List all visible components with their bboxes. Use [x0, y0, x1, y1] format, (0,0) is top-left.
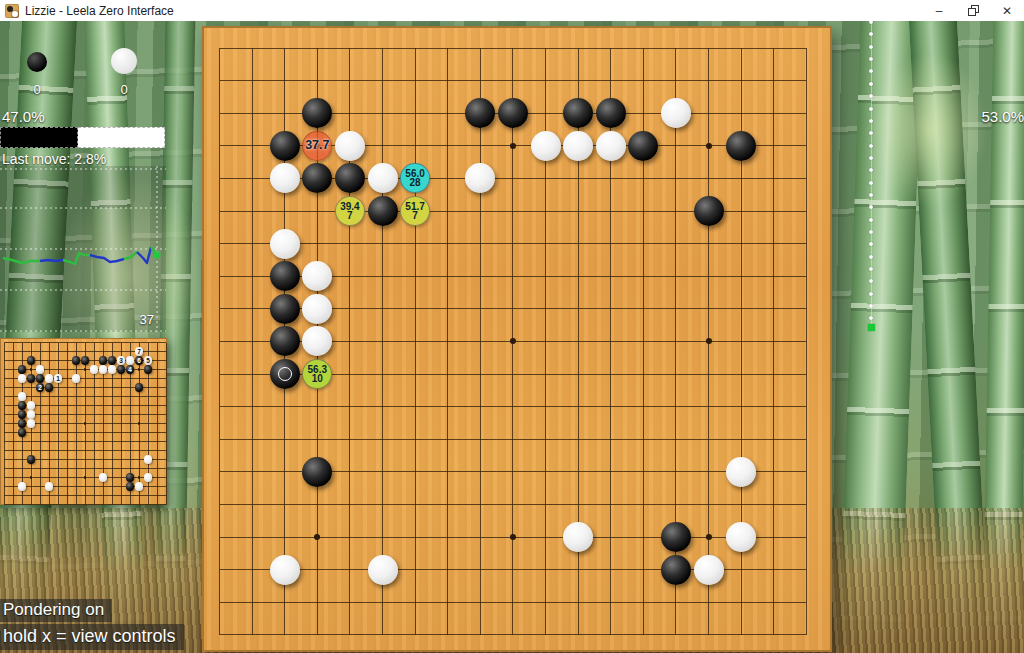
variation-move-number: 7 [135, 347, 144, 356]
black-stone [18, 401, 27, 410]
move-tree-node[interactable] [869, 107, 873, 111]
white-stone [144, 473, 153, 482]
lizzie-window: Lizzie - Leela Zero Interface – ✕ 0 0 47… [0, 0, 1024, 653]
star-point [138, 368, 141, 371]
grid-line [220, 439, 807, 440]
pondering-status: Pondering on [0, 599, 112, 622]
black-stone [661, 522, 691, 552]
black-stone [335, 163, 365, 193]
white-stone [90, 365, 99, 374]
star-point [84, 476, 87, 479]
black-stone [563, 98, 593, 128]
winrate-graph-canvas [0, 166, 166, 332]
black-stone [27, 455, 36, 464]
move-tree-node[interactable] [869, 45, 873, 49]
black-stone [661, 555, 691, 585]
white-stone [99, 365, 108, 374]
grid-line [166, 343, 167, 505]
white-captures-count: 0 [109, 82, 139, 97]
suggestion-circle[interactable]: 39.47 [335, 196, 365, 226]
last-move-label: Last move: 2.8% [2, 151, 106, 167]
black-stone [270, 326, 300, 356]
star-point [510, 143, 516, 149]
black-stone [368, 196, 398, 226]
black-stone [694, 196, 724, 226]
star-point [510, 534, 516, 540]
restore-icon [968, 5, 979, 16]
black-stone [117, 365, 126, 374]
grid-line [4, 441, 166, 442]
star-point [706, 143, 712, 149]
star-point [510, 338, 516, 344]
close-button[interactable]: ✕ [990, 0, 1024, 21]
black-stone [465, 98, 495, 128]
suggestion-circle[interactable]: 56.028 [400, 163, 430, 193]
white-stone [302, 326, 332, 356]
white-stone [72, 374, 81, 383]
minimize-button[interactable]: – [922, 0, 956, 21]
black-stone [270, 261, 300, 291]
white-stone [27, 410, 36, 419]
black-stone [270, 131, 300, 161]
variation-preview-board: 1234567 [0, 338, 167, 505]
variation-stone: 3 [117, 356, 126, 365]
white-stone [270, 163, 300, 193]
move-tree-node[interactable] [869, 292, 873, 296]
suggestion-circle[interactable]: 56.310 [302, 359, 332, 389]
white-stone [465, 163, 495, 193]
black-stone [27, 356, 36, 365]
black-stone [270, 294, 300, 324]
move-tree-node[interactable] [869, 230, 873, 234]
black-winrate-label: 47.0% [2, 108, 72, 125]
star-point [706, 338, 712, 344]
white-stone [18, 374, 27, 383]
winrate-bar-white [78, 127, 166, 148]
variation-stone: 4 [126, 365, 135, 374]
black-stone [302, 98, 332, 128]
move-tree-node[interactable] [869, 218, 873, 222]
suggestion-visits: 7 [412, 211, 418, 221]
variation-move-number: 3 [117, 356, 126, 365]
move-tree-node[interactable] [869, 267, 873, 271]
black-stone [126, 482, 135, 491]
white-stone [27, 419, 36, 428]
suggestion-circle[interactable]: 37.7 [302, 131, 332, 161]
black-captures-stone-icon [27, 52, 47, 72]
controls-hint: hold x = view controls [0, 624, 184, 650]
star-point [138, 422, 141, 425]
move-tree-node[interactable] [869, 193, 873, 197]
black-stone [18, 410, 27, 419]
white-stone [108, 365, 117, 374]
grid-line [220, 504, 807, 505]
grid-line [773, 48, 774, 635]
black-stone [81, 356, 90, 365]
window-controls: – ✕ [922, 0, 1024, 21]
white-stone [144, 455, 153, 464]
grid-line [220, 602, 807, 603]
variation-stone: 2 [36, 383, 45, 392]
white-stone [368, 163, 398, 193]
star-point [706, 534, 712, 540]
white-stone [368, 555, 398, 585]
variation-stone: 7 [135, 347, 144, 356]
grid-line [4, 495, 166, 496]
black-stone [27, 374, 36, 383]
window-title: Lizzie - Leela Zero Interface [25, 4, 174, 18]
black-stone [498, 98, 528, 128]
white-stone [726, 457, 756, 487]
move-tree-node[interactable] [869, 144, 873, 148]
white-stone [694, 555, 724, 585]
black-stone [36, 374, 45, 383]
variation-move-number: 4 [126, 365, 135, 374]
variation-stone: 1 [54, 374, 63, 383]
black-stone [18, 365, 27, 374]
grid-line [4, 504, 166, 505]
star-point [314, 534, 320, 540]
white-stone [99, 473, 108, 482]
white-stone [45, 374, 54, 383]
suggestion-winrate: 37.7 [305, 141, 329, 151]
white-stone [18, 392, 27, 401]
star-point [30, 368, 33, 371]
move-number-label: 37 [118, 312, 154, 327]
white-stone [45, 482, 54, 491]
main-board[interactable]: 37.756.02839.4751.7756.310 [202, 26, 832, 652]
white-stone [135, 482, 144, 491]
variation-stone: 5 [144, 356, 153, 365]
grid-line [4, 468, 166, 469]
suggestion-visits: 7 [347, 211, 353, 221]
suggestion-circle[interactable]: 51.77 [400, 196, 430, 226]
black-stone [144, 365, 153, 374]
white-stone [36, 365, 45, 374]
suggestion-visits: 10 [312, 374, 323, 384]
winrate-bar [0, 127, 165, 148]
sunlight-patch [870, 50, 990, 210]
last-move-marker [278, 367, 292, 381]
black-stone [18, 419, 27, 428]
suggestion-visits: 28 [410, 178, 421, 188]
variation-move-number: 6 [135, 356, 144, 365]
white-stone [726, 522, 756, 552]
black-stone [726, 131, 756, 161]
winrate-bar-black [0, 127, 78, 148]
white-stone [270, 229, 300, 259]
white-captures-stone-icon [111, 48, 137, 74]
black-stone [99, 356, 108, 365]
white-stone [335, 131, 365, 161]
black-stone [72, 356, 81, 365]
variation-move-number: 2 [36, 383, 45, 392]
variation-move-number: 1 [54, 374, 63, 383]
black-stone [45, 383, 54, 392]
grid-line [4, 432, 166, 433]
grid-line [4, 450, 166, 451]
black-captures-count: 0 [22, 82, 52, 97]
titlebar: Lizzie - Leela Zero Interface – ✕ [0, 0, 1024, 21]
white-stone [126, 356, 135, 365]
white-winrate-label: 53.0% [859, 108, 1024, 125]
black-stone [108, 356, 117, 365]
black-stone [596, 98, 626, 128]
star-point [30, 476, 33, 479]
move-tree-current-node[interactable] [868, 324, 875, 331]
grid-line [806, 48, 807, 635]
move-tree-node[interactable] [869, 119, 873, 123]
move-tree-node[interactable] [869, 181, 873, 185]
grid-line [220, 634, 807, 635]
white-stone [270, 555, 300, 585]
white-stone [661, 98, 691, 128]
white-stone [596, 131, 626, 161]
white-stone [531, 131, 561, 161]
grid-line [220, 406, 807, 407]
white-stone [302, 294, 332, 324]
winrate-graph[interactable] [0, 166, 166, 332]
black-stone [126, 473, 135, 482]
star-point [138, 476, 141, 479]
white-stone [563, 522, 593, 552]
star-point [84, 368, 87, 371]
move-tree-node[interactable] [869, 82, 873, 86]
move-tree-node[interactable] [869, 57, 873, 61]
white-stone [563, 131, 593, 161]
star-point [84, 422, 87, 425]
black-stone [18, 428, 27, 437]
restore-button[interactable] [956, 0, 990, 21]
white-stone [302, 261, 332, 291]
move-tree-node[interactable] [869, 255, 873, 259]
black-stone [302, 163, 332, 193]
move-tree-node[interactable] [869, 156, 873, 160]
white-stone [18, 482, 27, 491]
variation-stone: 6 [135, 356, 144, 365]
black-stone [628, 131, 658, 161]
grid-line [157, 343, 158, 505]
app-icon [5, 4, 19, 18]
white-stone [27, 401, 36, 410]
black-stone [135, 383, 144, 392]
black-stone [302, 457, 332, 487]
variation-move-number: 5 [144, 356, 153, 365]
